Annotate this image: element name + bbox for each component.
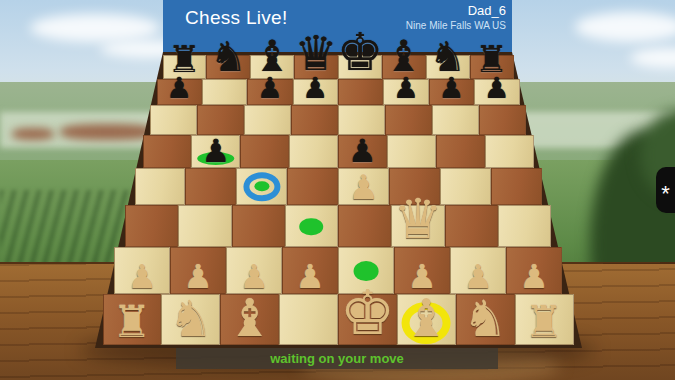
square-g3[interactable] <box>445 205 498 247</box>
square-b2[interactable]: ♟ <box>170 247 226 294</box>
chess-board[interactable]: ♜♞♝♛♚♝♞♜♟♟♟♟♟♟♟♟♟♛♟♟♟♟♟♟♟♜♞♝♚♝♞♜ <box>88 55 588 345</box>
black-pawn-f7[interactable]: ♟ <box>393 75 419 103</box>
square-b6[interactable] <box>197 105 244 135</box>
square-g2[interactable]: ♟ <box>450 247 506 294</box>
square-h5[interactable] <box>485 135 534 168</box>
rank-1: ♜♞♝♚♝♞♜ <box>103 294 574 345</box>
square-d1[interactable] <box>279 294 338 345</box>
square-f3[interactable]: ♛ <box>391 205 444 247</box>
square-b5[interactable]: ♟ <box>191 135 240 168</box>
rank-4: ♟ <box>135 168 542 205</box>
white-pawn-b2[interactable]: ♟ <box>183 261 213 292</box>
square-f6[interactable] <box>385 105 432 135</box>
square-a4[interactable] <box>135 168 186 205</box>
white-pawn-h2[interactable]: ♟ <box>519 261 549 292</box>
black-pawn-c7[interactable]: ♟ <box>257 75 283 103</box>
black-pawn-e5[interactable]: ♟ <box>348 136 377 166</box>
white-knight-b1[interactable]: ♞ <box>168 296 213 344</box>
black-pawn-g7[interactable]: ♟ <box>438 75 464 103</box>
square-c6[interactable] <box>244 105 291 135</box>
asterisk-icon: * <box>661 173 670 207</box>
black-knight-b8[interactable]: ♞ <box>210 38 247 77</box>
rank-2: ♟♟♟♟♟♟♟ <box>114 247 562 294</box>
opponent-location: Nine Mile Falls WA US <box>406 20 506 31</box>
square-e3[interactable] <box>338 205 391 247</box>
square-e5[interactable]: ♟ <box>338 135 387 168</box>
square-h6[interactable] <box>479 105 526 135</box>
white-pawn-e4[interactable]: ♟ <box>348 171 378 203</box>
square-e8[interactable]: ♚ <box>338 55 382 79</box>
black-pawn-b5[interactable]: ♟ <box>201 136 230 166</box>
square-a5[interactable] <box>143 135 192 168</box>
square-e7[interactable] <box>338 79 383 105</box>
white-bishop-c1[interactable]: ♝ <box>226 294 273 343</box>
square-h1[interactable]: ♜ <box>515 294 574 345</box>
square-e6[interactable] <box>338 105 385 135</box>
black-queen-d8[interactable]: ♛ <box>295 31 338 77</box>
rank-6 <box>150 105 526 135</box>
square-g5[interactable] <box>436 135 485 168</box>
white-pawn-g2[interactable]: ♟ <box>463 261 493 292</box>
square-g6[interactable] <box>432 105 479 135</box>
white-queen-f3[interactable]: ♛ <box>393 193 442 245</box>
square-b3[interactable] <box>178 205 231 247</box>
status-bar: waiting on your move <box>176 348 498 369</box>
square-e4[interactable]: ♟ <box>338 168 389 205</box>
square-f5[interactable] <box>387 135 436 168</box>
square-a2[interactable]: ♟ <box>114 247 170 294</box>
status-text: waiting on your move <box>270 351 404 366</box>
square-g7[interactable]: ♟ <box>429 79 474 105</box>
square-c3[interactable] <box>232 205 285 247</box>
background-village <box>12 128 54 140</box>
square-c1[interactable]: ♝ <box>220 294 279 345</box>
square-d3[interactable] <box>285 205 338 247</box>
square-b1[interactable]: ♞ <box>161 294 220 345</box>
white-rook-h1[interactable]: ♜ <box>524 301 563 343</box>
square-h7[interactable]: ♟ <box>474 79 519 105</box>
square-h2[interactable]: ♟ <box>506 247 562 294</box>
rank-7: ♟♟♟♟♟♟ <box>157 79 520 105</box>
square-a1[interactable]: ♜ <box>103 294 162 345</box>
square-f7[interactable]: ♟ <box>383 79 428 105</box>
square-b7[interactable] <box>202 79 247 105</box>
square-d2[interactable]: ♟ <box>282 247 338 294</box>
black-pawn-h7[interactable]: ♟ <box>484 75 510 103</box>
opponent-info: Dad_6 Nine Mile Falls WA US <box>406 3 506 31</box>
side-drawer-tab[interactable]: * <box>656 167 675 213</box>
square-d5[interactable] <box>289 135 338 168</box>
white-rook-a1[interactable]: ♜ <box>112 301 151 343</box>
square-d6[interactable] <box>291 105 338 135</box>
square-c4[interactable] <box>236 168 287 205</box>
white-knight-g1[interactable]: ♞ <box>463 296 508 344</box>
highlight-green-dot-d3 <box>300 218 324 236</box>
square-e1[interactable]: ♚ <box>338 294 397 345</box>
square-a7[interactable]: ♟ <box>157 79 202 105</box>
square-d4[interactable] <box>287 168 338 205</box>
rank-5: ♟♟ <box>143 135 534 168</box>
board-area: ♜♞♝♛♚♝♞♜♟♟♟♟♟♟♟♟♟♛♟♟♟♟♟♟♟♜♞♝♚♝♞♜ <box>88 52 588 352</box>
square-h3[interactable] <box>498 205 551 247</box>
white-pawn-a2[interactable]: ♟ <box>127 261 157 292</box>
square-c7[interactable]: ♟ <box>247 79 292 105</box>
white-bishop-f1[interactable]: ♝ <box>403 294 450 343</box>
square-a3[interactable] <box>125 205 178 247</box>
square-h4[interactable] <box>491 168 542 205</box>
square-a6[interactable] <box>150 105 197 135</box>
white-pawn-d2[interactable]: ♟ <box>295 261 325 292</box>
black-king-e8[interactable]: ♚ <box>337 28 384 77</box>
square-c5[interactable] <box>240 135 289 168</box>
app-title: Chess Live! <box>185 7 288 29</box>
opponent-name: Dad_6 <box>406 3 506 18</box>
square-d7[interactable]: ♟ <box>293 79 338 105</box>
black-pawn-d7[interactable]: ♟ <box>302 75 328 103</box>
square-f1[interactable]: ♝ <box>397 294 456 345</box>
square-b8[interactable]: ♞ <box>206 55 250 79</box>
rank-3: ♛ <box>125 205 551 247</box>
highlight-blue-ring-green-dot-c4 <box>243 172 280 201</box>
square-g1[interactable]: ♞ <box>456 294 515 345</box>
hint-dot <box>254 181 269 191</box>
square-g4[interactable] <box>440 168 491 205</box>
white-king-e1[interactable]: ♚ <box>340 284 396 343</box>
black-pawn-a7[interactable]: ♟ <box>166 75 192 103</box>
square-b4[interactable] <box>185 168 236 205</box>
